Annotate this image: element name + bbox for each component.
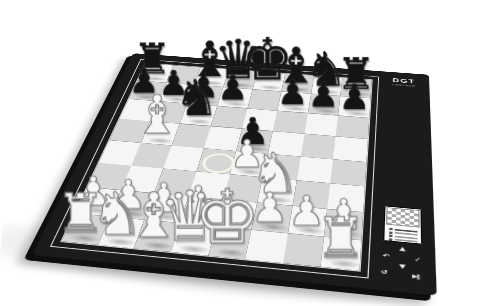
square-a4[interactable] bbox=[99, 140, 141, 165]
control-area: ▲↶✓▼↺▶‖ bbox=[376, 205, 429, 283]
square-h6[interactable] bbox=[336, 116, 369, 140]
button-confirm[interactable]: ✓ bbox=[411, 257, 425, 264]
button-cluster: ▲↶✓▼↺▶‖ bbox=[376, 243, 429, 282]
display-menu-lines bbox=[386, 224, 420, 242]
square-h1[interactable]: ♜ bbox=[321, 237, 361, 271]
side-panel: DGT CENTAUR ▲↶✓▼↺▶‖ bbox=[375, 76, 431, 283]
square-g4[interactable] bbox=[297, 156, 334, 183]
black-pawn-f7[interactable]: ♟ bbox=[277, 75, 308, 110]
white-rook-h1[interactable]: ♜ bbox=[315, 209, 366, 265]
board-frame: ♜♝♛♚♝♞♜♟♟♟♟♟♟♟♞♝♟♟♞♟♟♟♟♟♟♟♜♞♝♛♚♜ DGT CEN… bbox=[32, 53, 437, 295]
square-g5[interactable] bbox=[301, 134, 336, 159]
display-chessboard-diagram bbox=[386, 207, 420, 227]
square-f6[interactable] bbox=[273, 111, 308, 134]
white-bishop-b5[interactable]: ♝ bbox=[133, 89, 181, 142]
button-undo[interactable]: ↺ bbox=[377, 269, 392, 276]
black-pawn-g7[interactable]: ♟ bbox=[308, 78, 339, 113]
square-b5[interactable]: ♝ bbox=[141, 121, 180, 145]
square-e1[interactable]: ♚ bbox=[208, 226, 252, 259]
button-back[interactable]: ↶ bbox=[379, 253, 393, 260]
display-menu-line bbox=[395, 229, 418, 233]
chess-grid: ♜♝♛♚♝♞♜♟♟♟♟♟♟♟♞♝♟♟♞♟♟♟♟♟♟♟♜♞♝♛♚♜ bbox=[60, 63, 372, 272]
product-photo-scene: ♜♝♛♚♝♞♜♟♟♟♟♟♟♟♞♝♟♟♞♟♟♟♟♟♟♟♜♞♝♛♚♜ DGT CEN… bbox=[0, 0, 500, 306]
model-text: CENTAUR bbox=[392, 83, 416, 87]
button-play-pause[interactable]: ▶‖ bbox=[408, 273, 422, 279]
black-pawn-d7[interactable]: ♟ bbox=[217, 71, 248, 105]
square-g6[interactable] bbox=[304, 113, 338, 136]
square-h4[interactable] bbox=[331, 159, 367, 186]
dgt-logo: DGT CENTAUR bbox=[392, 78, 416, 88]
square-f7[interactable]: ♟ bbox=[277, 92, 311, 114]
playing-surface: ♜♝♛♚♝♞♜♟♟♟♟♟♟♟♞♝♟♟♞♟♟♟♟♟♟♟♜♞♝♛♚♜ bbox=[50, 59, 379, 278]
dgt-centaur-board: ♜♝♛♚♝♞♜♟♟♟♟♟♟♟♞♝♟♟♞♟♟♟♟♟♟♟♜♞♝♛♚♜ DGT CEN… bbox=[32, 53, 437, 295]
button-up[interactable]: ▲ bbox=[396, 246, 410, 253]
square-h7[interactable]: ♟ bbox=[338, 96, 370, 118]
display-menu-line bbox=[395, 232, 418, 236]
display-menu-line bbox=[395, 239, 418, 243]
display-menu-line bbox=[395, 235, 418, 239]
epaper-display bbox=[383, 206, 422, 245]
button-down[interactable]: ▼ bbox=[395, 263, 409, 270]
square-h5[interactable] bbox=[333, 137, 368, 162]
square-g7[interactable]: ♟ bbox=[308, 94, 341, 116]
black-pawn-h7[interactable]: ♟ bbox=[338, 80, 369, 115]
white-king-e1[interactable]: ♚ bbox=[194, 180, 260, 254]
